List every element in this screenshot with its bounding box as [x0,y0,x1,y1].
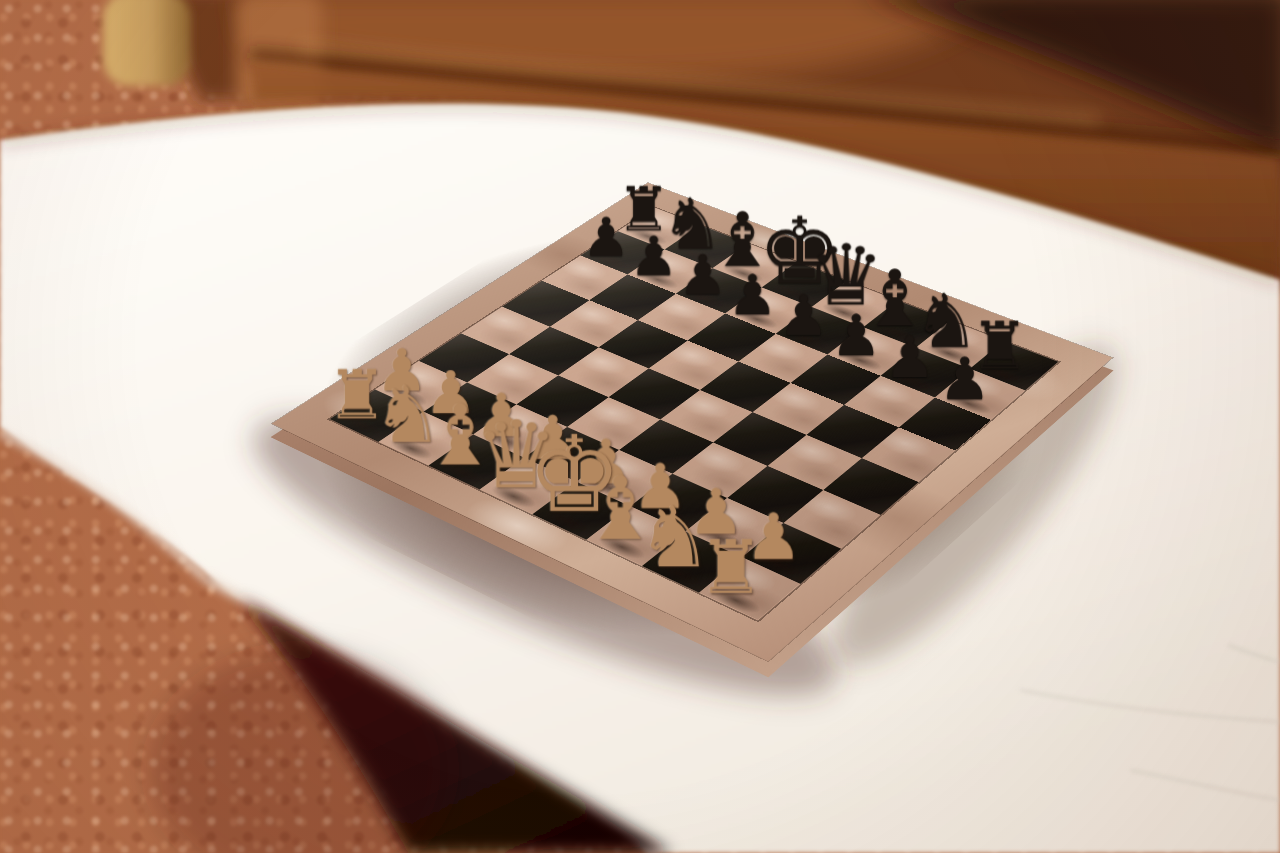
black-pawn[interactable]: ♟ [932,351,998,407]
chess-board: ♜♞♝♚♛♝♞♜♟♟♟♟♟♟♟♟♟♟♟♟♟♟♟♟♜♞♝♛♚♝♞♜ [400,90,1000,690]
white-rook[interactable]: ♜ [695,534,768,604]
living-room-scene: ♜♞♝♚♛♝♞♜♟♟♟♟♟♟♟♟♟♟♟♟♟♟♟♟♜♞♝♛♚♝♞♜ [0,0,1280,853]
wood-leg [103,0,191,86]
